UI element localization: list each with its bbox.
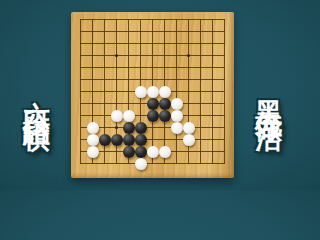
white-stone (159, 146, 171, 158)
white-stone (111, 110, 123, 122)
right-caption: 黑先做活 (242, 0, 294, 190)
white-stone (147, 146, 159, 158)
white-stone (87, 146, 99, 158)
black-stone (159, 98, 171, 110)
black-stone (135, 146, 147, 158)
white-stone (183, 122, 195, 134)
black-stone (111, 134, 123, 146)
black-stone (99, 134, 111, 146)
star-point (187, 54, 190, 57)
white-stone (135, 158, 147, 170)
white-stone (171, 110, 183, 122)
star-point (115, 126, 118, 129)
black-stone (159, 110, 171, 122)
white-stone (123, 110, 135, 122)
white-stone (171, 98, 183, 110)
black-stone (147, 110, 159, 122)
black-stone (123, 146, 135, 158)
white-stone (171, 122, 183, 134)
go-puzzle-thumbnail: { "scene": { "type": "go life-and-death … (0, 0, 304, 190)
white-stone (159, 86, 171, 98)
black-stone (135, 134, 147, 146)
black-stone (147, 98, 159, 110)
white-stone (87, 122, 99, 134)
white-stone (87, 134, 99, 146)
star-point (115, 54, 118, 57)
white-stone (183, 134, 195, 146)
white-stone (135, 86, 147, 98)
stones-layer (75, 14, 231, 170)
black-stone (135, 122, 147, 134)
left-caption: 六段詰棋 (10, 0, 62, 190)
black-stone (123, 122, 135, 134)
white-stone (147, 86, 159, 98)
black-stone (123, 134, 135, 146)
